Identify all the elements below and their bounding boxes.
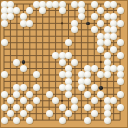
go-app-window — [0, 0, 128, 128]
go-board[interactable] — [0, 0, 128, 128]
board-edge — [0, 0, 128, 128]
